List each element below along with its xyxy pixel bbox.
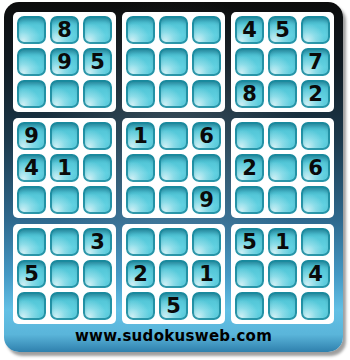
cell-r9c2[interactable] bbox=[50, 292, 79, 320]
given-digit: 1 bbox=[57, 158, 72, 179]
box-2-3: 26 bbox=[231, 118, 334, 218]
cell-r8c6[interactable]: 1 bbox=[192, 260, 221, 288]
given-digit: 1 bbox=[133, 126, 148, 147]
cell-r7c5[interactable] bbox=[159, 228, 188, 256]
cell-r8c3[interactable] bbox=[83, 260, 112, 288]
given-digit: 6 bbox=[199, 126, 214, 147]
given-digit: 3 bbox=[90, 232, 105, 253]
cell-r6c1[interactable] bbox=[17, 186, 46, 214]
box-2-2: 169 bbox=[122, 118, 225, 218]
cell-r4c2[interactable] bbox=[50, 122, 79, 150]
cell-r7c3[interactable]: 3 bbox=[83, 228, 112, 256]
cell-r1c5[interactable] bbox=[159, 16, 188, 44]
cell-r5c7[interactable]: 2 bbox=[235, 154, 264, 182]
given-digit: 4 bbox=[24, 158, 39, 179]
cell-r4c9[interactable] bbox=[301, 122, 330, 150]
cell-r1c4[interactable] bbox=[126, 16, 155, 44]
sudoku-grid: 895457829411692635215514 bbox=[13, 12, 334, 324]
cell-r6c8[interactable] bbox=[268, 186, 297, 214]
cell-r7c7[interactable]: 5 bbox=[235, 228, 264, 256]
cell-r9c5[interactable]: 5 bbox=[159, 292, 188, 320]
cell-r1c6[interactable] bbox=[192, 16, 221, 44]
cell-r1c2[interactable]: 8 bbox=[50, 16, 79, 44]
cell-r1c8[interactable]: 5 bbox=[268, 16, 297, 44]
cell-r5c9[interactable]: 6 bbox=[301, 154, 330, 182]
cell-r9c4[interactable] bbox=[126, 292, 155, 320]
cell-r2c1[interactable] bbox=[17, 48, 46, 76]
cell-r1c3[interactable] bbox=[83, 16, 112, 44]
cell-r3c5[interactable] bbox=[159, 80, 188, 108]
given-digit: 5 bbox=[90, 52, 105, 73]
cell-r1c1[interactable] bbox=[17, 16, 46, 44]
cell-r4c4[interactable]: 1 bbox=[126, 122, 155, 150]
box-2-1: 941 bbox=[13, 118, 116, 218]
given-digit: 1 bbox=[275, 232, 290, 253]
footer-bar: www.sudokusweb.com bbox=[4, 325, 343, 347]
box-1-3: 45782 bbox=[231, 12, 334, 112]
box-1-2 bbox=[122, 12, 225, 112]
cell-r3c4[interactable] bbox=[126, 80, 155, 108]
cell-r5c2[interactable]: 1 bbox=[50, 154, 79, 182]
given-digit: 9 bbox=[24, 126, 39, 147]
cell-r5c3[interactable] bbox=[83, 154, 112, 182]
cell-r2c7[interactable] bbox=[235, 48, 264, 76]
cell-r9c8[interactable] bbox=[268, 292, 297, 320]
given-digit: 2 bbox=[133, 264, 148, 285]
cell-r7c8[interactable]: 1 bbox=[268, 228, 297, 256]
box-3-3: 514 bbox=[231, 224, 334, 324]
cell-r2c3[interactable]: 5 bbox=[83, 48, 112, 76]
cell-r1c7[interactable]: 4 bbox=[235, 16, 264, 44]
cell-r8c7[interactable] bbox=[235, 260, 264, 288]
cell-r5c1[interactable]: 4 bbox=[17, 154, 46, 182]
given-digit: 8 bbox=[242, 84, 257, 105]
given-digit: 2 bbox=[308, 84, 323, 105]
given-digit: 2 bbox=[242, 158, 257, 179]
cell-r7c9[interactable] bbox=[301, 228, 330, 256]
cell-r8c8[interactable] bbox=[268, 260, 297, 288]
given-digit: 9 bbox=[57, 52, 72, 73]
cell-r6c7[interactable] bbox=[235, 186, 264, 214]
given-digit: 5 bbox=[242, 232, 257, 253]
given-digit: 4 bbox=[308, 264, 323, 285]
cell-r5c8[interactable] bbox=[268, 154, 297, 182]
cell-r7c6[interactable] bbox=[192, 228, 221, 256]
cell-r3c3[interactable] bbox=[83, 80, 112, 108]
cell-r2c5[interactable] bbox=[159, 48, 188, 76]
cell-r3c8[interactable] bbox=[268, 80, 297, 108]
cell-r9c1[interactable] bbox=[17, 292, 46, 320]
given-digit: 4 bbox=[242, 20, 257, 41]
cell-r2c2[interactable]: 9 bbox=[50, 48, 79, 76]
cell-r5c5[interactable] bbox=[159, 154, 188, 182]
box-1-1: 895 bbox=[13, 12, 116, 112]
given-digit: 9 bbox=[199, 190, 214, 211]
sudoku-board: 895457829411692635215514 www.sudokusweb.… bbox=[4, 2, 343, 352]
given-digit: 5 bbox=[24, 264, 39, 285]
cell-r8c4[interactable]: 2 bbox=[126, 260, 155, 288]
cell-r6c4[interactable] bbox=[126, 186, 155, 214]
cell-r4c5[interactable] bbox=[159, 122, 188, 150]
cell-r2c8[interactable] bbox=[268, 48, 297, 76]
cell-r2c4[interactable] bbox=[126, 48, 155, 76]
cell-r4c6[interactable]: 6 bbox=[192, 122, 221, 150]
cell-r9c9[interactable] bbox=[301, 292, 330, 320]
cell-r7c2[interactable] bbox=[50, 228, 79, 256]
cell-r2c6[interactable] bbox=[192, 48, 221, 76]
cell-r3c6[interactable] bbox=[192, 80, 221, 108]
cell-r4c3[interactable] bbox=[83, 122, 112, 150]
cell-r7c1[interactable] bbox=[17, 228, 46, 256]
cell-r6c5[interactable] bbox=[159, 186, 188, 214]
cell-r9c7[interactable] bbox=[235, 292, 264, 320]
given-digit: 5 bbox=[166, 296, 181, 317]
cell-r4c7[interactable] bbox=[235, 122, 264, 150]
cell-r6c6[interactable]: 9 bbox=[192, 186, 221, 214]
cell-r5c4[interactable] bbox=[126, 154, 155, 182]
given-digit: 7 bbox=[308, 52, 323, 73]
site-url[interactable]: www.sudokusweb.com bbox=[75, 327, 272, 345]
cell-r8c9[interactable]: 4 bbox=[301, 260, 330, 288]
given-digit: 5 bbox=[275, 20, 290, 41]
given-digit: 8 bbox=[57, 20, 72, 41]
given-digit: 1 bbox=[199, 264, 214, 285]
cell-r6c3[interactable] bbox=[83, 186, 112, 214]
cell-r4c8[interactable] bbox=[268, 122, 297, 150]
cell-r6c9[interactable] bbox=[301, 186, 330, 214]
cell-r8c5[interactable] bbox=[159, 260, 188, 288]
cell-r3c7[interactable]: 8 bbox=[235, 80, 264, 108]
cell-r7c4[interactable] bbox=[126, 228, 155, 256]
cell-r4c1[interactable]: 9 bbox=[17, 122, 46, 150]
cell-r8c1[interactable]: 5 bbox=[17, 260, 46, 288]
cell-r9c6[interactable] bbox=[192, 292, 221, 320]
cell-r3c1[interactable] bbox=[17, 80, 46, 108]
cell-r3c9[interactable]: 2 bbox=[301, 80, 330, 108]
cell-r5c6[interactable] bbox=[192, 154, 221, 182]
cell-r8c2[interactable] bbox=[50, 260, 79, 288]
box-3-2: 215 bbox=[122, 224, 225, 324]
cell-r6c2[interactable] bbox=[50, 186, 79, 214]
given-digit: 6 bbox=[308, 158, 323, 179]
cell-r2c9[interactable]: 7 bbox=[301, 48, 330, 76]
box-3-1: 35 bbox=[13, 224, 116, 324]
cell-r9c3[interactable] bbox=[83, 292, 112, 320]
cell-r3c2[interactable] bbox=[50, 80, 79, 108]
cell-r1c9[interactable] bbox=[301, 16, 330, 44]
